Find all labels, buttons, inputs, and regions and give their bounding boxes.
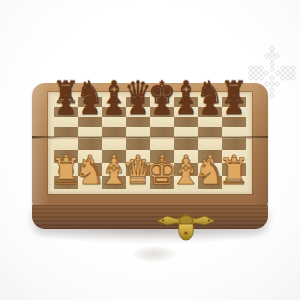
piece-black-bishop: ♝ [172, 77, 200, 108]
square-a8: ♜ [54, 97, 78, 107]
square-f2: ♟ [174, 163, 198, 176]
square-e7: ♟ [150, 107, 174, 117]
hinge-seam [32, 136, 268, 139]
square-a6 [54, 117, 78, 127]
square-e1: ♚ [150, 176, 174, 189]
square-b3 [78, 150, 102, 163]
brass-clasp-icon [154, 211, 218, 247]
square-d7: ♟ [126, 107, 150, 117]
square-e3 [150, 150, 174, 163]
square-h6 [222, 117, 246, 127]
piece-black-rook: ♜ [52, 77, 80, 108]
box-front-face [32, 204, 268, 229]
square-c2: ♟ [102, 163, 126, 176]
square-e6 [150, 117, 174, 127]
square-g7: ♟ [198, 107, 222, 117]
square-b7: ♟ [78, 107, 102, 117]
square-b8: ♞ [78, 97, 102, 107]
square-f3 [174, 150, 198, 163]
square-f1: ♝ [174, 176, 198, 189]
square-a1: ♜ [54, 176, 78, 189]
square-b2: ♟ [78, 163, 102, 176]
square-f6 [174, 117, 198, 127]
square-a2: ♟ [54, 163, 78, 176]
square-c7: ♟ [102, 107, 126, 117]
square-g8: ♞ [198, 97, 222, 107]
square-a7: ♟ [54, 107, 78, 117]
square-h3 [222, 150, 246, 163]
square-d1: ♛ [126, 176, 150, 189]
square-c6 [102, 117, 126, 127]
square-b6 [78, 117, 102, 127]
chess-board: ♜♞♝♛♚♝♞♜♟♟♟♟♟♟♟♟♟♟♟♟♟♟♟♟♜♞♝♛♚♝♞♜ [48, 92, 252, 194]
chess-board-squares: ♜♞♝♛♚♝♞♜♟♟♟♟♟♟♟♟♟♟♟♟♟♟♟♟♜♞♝♛♚♝♞♜ [54, 97, 246, 189]
piece-black-queen: ♛ [124, 77, 152, 108]
square-h1: ♜ [222, 176, 246, 189]
square-c1: ♝ [102, 176, 126, 189]
square-e8: ♚ [150, 97, 174, 107]
piece-black-king: ♚ [148, 77, 176, 108]
square-f8: ♝ [174, 97, 198, 107]
square-h8: ♜ [222, 97, 246, 107]
square-g6 [198, 117, 222, 127]
piece-black-rook: ♜ [220, 77, 248, 108]
square-d8: ♛ [126, 97, 150, 107]
piece-black-knight: ♞ [76, 77, 104, 108]
square-d3 [126, 150, 150, 163]
piece-black-knight: ♞ [196, 77, 224, 108]
box-top-surface: ♜♞♝♛♚♝♞♜♟♟♟♟♟♟♟♟♟♟♟♟♟♟♟♟♜♞♝♛♚♝♞♜ [32, 83, 268, 205]
square-f7: ♟ [174, 107, 198, 117]
square-b1: ♞ [78, 176, 102, 189]
square-e2: ♟ [150, 163, 174, 176]
square-h2: ♟ [222, 163, 246, 176]
square-c3 [102, 150, 126, 163]
square-g1: ♞ [198, 176, 222, 189]
square-h7: ♟ [222, 107, 246, 117]
square-d2: ♟ [126, 163, 150, 176]
square-g3 [198, 150, 222, 163]
square-d6 [126, 117, 150, 127]
square-a3 [54, 150, 78, 163]
clasp-reflection [132, 246, 176, 262]
square-c8: ♝ [102, 97, 126, 107]
piece-black-bishop: ♝ [100, 77, 128, 108]
product-photo-stage: ♜♞♝♛♚♝♞♜♟♟♟♟♟♟♟♟♟♟♟♟♟♟♟♟♜♞♝♛♚♝♞♜ [0, 0, 300, 300]
folding-chess-box: ♜♞♝♛♚♝♞♜♟♟♟♟♟♟♟♟♟♟♟♟♟♟♟♟♜♞♝♛♚♝♞♜ [32, 83, 268, 229]
square-g2: ♟ [198, 163, 222, 176]
